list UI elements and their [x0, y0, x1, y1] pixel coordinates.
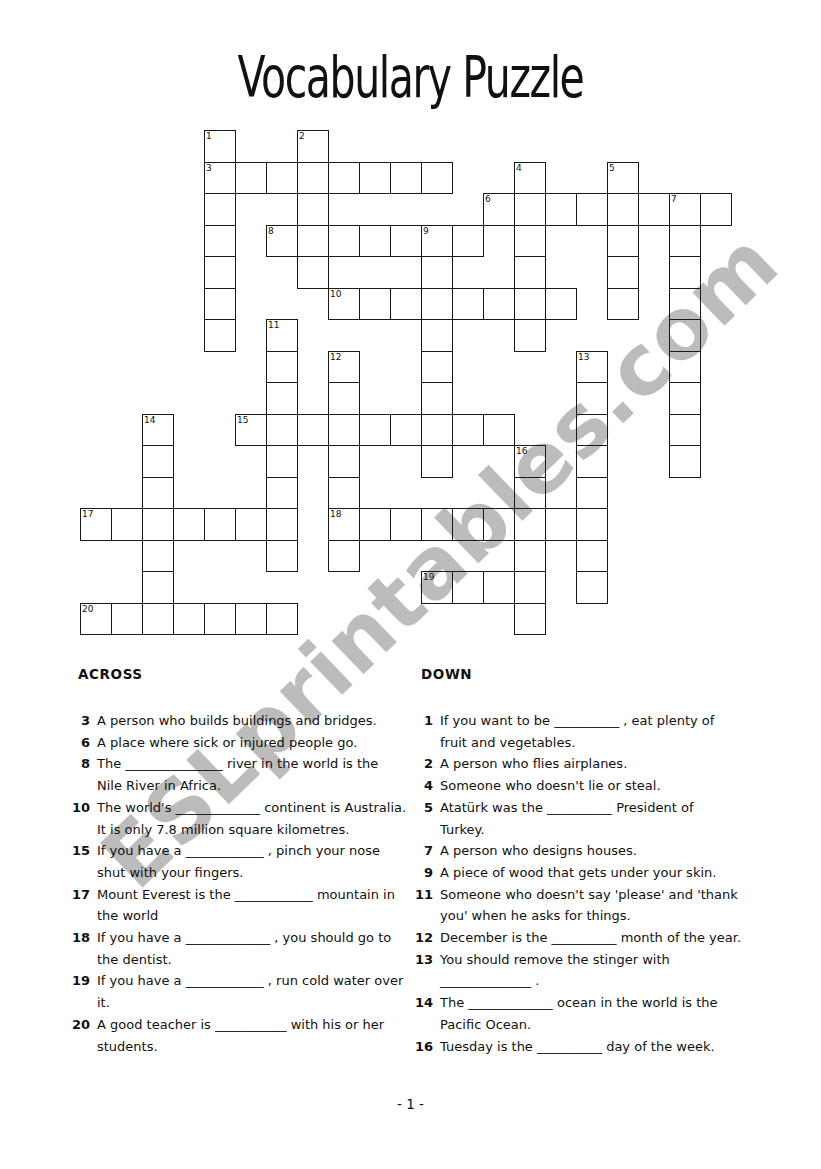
clue-text: The world's _____________ continent is A… — [97, 797, 406, 840]
grid-cell-r4c14[interactable] — [514, 256, 546, 289]
grid-cell-r5c12[interactable] — [452, 288, 484, 321]
grid-cell-r1c10[interactable] — [390, 162, 422, 195]
grid-cell-r12c9[interactable] — [359, 508, 391, 541]
grid-cell-r10c19[interactable] — [669, 445, 701, 478]
clue-across-3: 3A person who builds buildings and bridg… — [66, 710, 406, 732]
clue-number: 8 — [66, 753, 90, 796]
grid-cell-r12c5[interactable] — [235, 508, 267, 541]
grid-cell-r15c1[interactable] — [111, 603, 143, 636]
clue-down-16: 16Tuesday is the __________ day of the w… — [409, 1036, 775, 1058]
clue-text: A person who flies airplanes. — [440, 753, 627, 775]
grid-cell-r7c19[interactable] — [669, 351, 701, 384]
clue-down-13: 13You should remove the stinger with____… — [409, 949, 775, 992]
across-header: ACROSS — [78, 666, 406, 682]
grid-cell-r12c0[interactable]: 17 — [80, 508, 112, 541]
grid-cell-r5c10[interactable] — [390, 288, 422, 321]
grid-cell-r4c11[interactable] — [421, 256, 453, 289]
down-header: DOWN — [421, 666, 775, 682]
clue-number: 16 — [409, 1036, 433, 1058]
grid-cell-r8c11[interactable] — [421, 382, 453, 415]
clue-text: A person who builds buildings and bridge… — [97, 710, 377, 732]
clue-number: 6 — [66, 732, 90, 754]
grid-cell-r7c8[interactable]: 12 — [328, 351, 360, 384]
grid-cell-r3c7[interactable] — [297, 225, 329, 258]
clue-across-20: 20A good teacher is ___________ with his… — [66, 1014, 406, 1057]
grid-cell-r12c10[interactable] — [390, 508, 422, 541]
grid-cell-r14c11[interactable]: 19 — [421, 571, 453, 604]
clue-text: Someone who doesn't lie or steal. — [440, 775, 661, 797]
grid-cell-r9c11[interactable] — [421, 414, 453, 447]
grid-cell-r1c6[interactable] — [266, 162, 298, 195]
grid-cell-r12c15[interactable] — [545, 508, 577, 541]
grid-cell-r7c6[interactable] — [266, 351, 298, 384]
clue-number: 14 — [409, 992, 433, 1035]
grid-cell-r0c7[interactable]: 2 — [297, 130, 329, 163]
clue-text: A place where sick or injured people go. — [97, 732, 357, 754]
grid-cell-r8c8[interactable] — [328, 382, 360, 415]
grid-cell-r12c12[interactable] — [452, 508, 484, 541]
grid-cell-r9c13[interactable] — [483, 414, 515, 447]
down-clue-list: 1If you want to be __________ , eat plen… — [409, 710, 775, 1057]
clue-text: Someone who doesn't say 'please' and 'th… — [440, 884, 738, 927]
clue-number: 3 — [66, 710, 90, 732]
clue-text: A piece of wood that gets under your ski… — [440, 862, 716, 884]
clue-text: Mount Everest is the ____________ mounta… — [97, 884, 395, 927]
grid-cell-r2c7[interactable] — [297, 193, 329, 226]
cell-number-9: 9 — [423, 226, 429, 237]
grid-cell-r14c13[interactable] — [483, 571, 515, 604]
grid-cell-r2c15[interactable] — [545, 193, 577, 226]
grid-cell-r8c19[interactable] — [669, 382, 701, 415]
clue-text: You should remove the stinger with______… — [440, 949, 670, 992]
clue-across-19: 19If you have a ____________ , run cold … — [66, 970, 406, 1013]
clue-down-2: 2A person who flies airplanes. — [409, 753, 775, 775]
clue-number: 20 — [66, 1014, 90, 1057]
page-title: Vocabulary Puzzle — [115, 48, 706, 108]
cell-number-1: 1 — [206, 131, 212, 142]
grid-cell-r1c7[interactable] — [297, 162, 329, 195]
clue-down-11: 11Someone who doesn't say 'please' and '… — [409, 884, 775, 927]
grid-cell-r9c7[interactable] — [297, 414, 329, 447]
cell-number-20: 20 — [82, 604, 93, 615]
grid-cell-r7c11[interactable] — [421, 351, 453, 384]
grid-cell-r15c2[interactable] — [142, 603, 174, 636]
grid-cell-r3c10[interactable] — [390, 225, 422, 258]
grid-cell-r10c6[interactable] — [266, 445, 298, 478]
grid-cell-r3c19[interactable] — [669, 225, 701, 258]
cell-number-5: 5 — [609, 163, 615, 174]
cell-number-2: 2 — [299, 131, 305, 142]
grid-cell-r10c8[interactable] — [328, 445, 360, 478]
grid-cell-r15c0[interactable]: 20 — [80, 603, 112, 636]
clue-number: 18 — [66, 927, 90, 970]
grid-cell-r5c15[interactable] — [545, 288, 577, 321]
clue-number: 5 — [409, 797, 433, 840]
clue-text: The _______________ river in the world i… — [97, 753, 378, 796]
grid-cell-r9c12[interactable] — [452, 414, 484, 447]
grid-cell-r3c11[interactable]: 9 — [421, 225, 453, 258]
clue-across-6: 6A place where sick or injured people go… — [66, 732, 406, 754]
across-clue-list: 3A person who builds buildings and bridg… — [66, 710, 406, 1057]
clue-down-9: 9A piece of wood that gets under your sk… — [409, 862, 775, 884]
grid-cell-r15c5[interactable] — [235, 603, 267, 636]
down-clues-section: DOWN 1If you want to be __________ , eat… — [409, 666, 775, 1057]
grid-cell-r11c2[interactable] — [142, 477, 174, 510]
grid-cell-r1c9[interactable] — [359, 162, 391, 195]
grid-cell-r2c13[interactable]: 6 — [483, 193, 515, 226]
cell-number-12: 12 — [330, 352, 341, 363]
grid-cell-r9c2[interactable]: 14 — [142, 414, 174, 447]
clue-down-4: 4Someone who doesn't lie or steal. — [409, 775, 775, 797]
grid-cell-r12c4[interactable] — [204, 508, 236, 541]
grid-cell-r12c14[interactable] — [514, 508, 546, 541]
grid-cell-r2c19[interactable]: 7 — [669, 193, 701, 226]
cell-number-18: 18 — [330, 509, 341, 520]
grid-cell-r13c8[interactable] — [328, 540, 360, 573]
clue-text: A good teacher is ___________ with his o… — [97, 1014, 384, 1057]
clue-text: If you have a ____________ , pinch your … — [97, 840, 380, 883]
grid-cell-r5c17[interactable] — [607, 288, 639, 321]
grid-cell-r3c4[interactable] — [204, 225, 236, 258]
grid-cell-r0c4[interactable]: 1 — [204, 130, 236, 163]
cell-number-17: 17 — [82, 509, 93, 520]
grid-cell-r5c9[interactable] — [359, 288, 391, 321]
cell-number-3: 3 — [206, 163, 212, 174]
clue-across-8: 8The _______________ river in the world … — [66, 753, 406, 796]
grid-cell-r6c14[interactable] — [514, 319, 546, 352]
grid-cell-r9c6[interactable] — [266, 414, 298, 447]
clue-text: If you want to be __________ , eat plent… — [440, 710, 714, 753]
grid-cell-r5c14[interactable] — [514, 288, 546, 321]
grid-cell-r1c14[interactable]: 4 — [514, 162, 546, 195]
grid-cell-r1c8[interactable] — [328, 162, 360, 195]
grid-cell-r13c2[interactable] — [142, 540, 174, 573]
grid-cell-r9c9[interactable] — [359, 414, 391, 447]
grid-cell-r4c4[interactable] — [204, 256, 236, 289]
cell-number-11: 11 — [268, 320, 279, 331]
clue-number: 13 — [409, 949, 433, 992]
clue-number: 12 — [409, 927, 433, 949]
worksheet-page: ESLprintables.com Vocabulary Puzzle 1234… — [0, 0, 821, 1169]
clue-number: 15 — [66, 840, 90, 883]
grid-cell-r14c2[interactable] — [142, 571, 174, 604]
grid-cell-r10c2[interactable] — [142, 445, 174, 478]
cell-number-15: 15 — [237, 415, 248, 426]
grid-cell-r12c6[interactable] — [266, 508, 298, 541]
grid-cell-r9c10[interactable] — [390, 414, 422, 447]
grid-cell-r1c17[interactable]: 5 — [607, 162, 639, 195]
grid-cell-r2c4[interactable] — [204, 193, 236, 226]
cell-number-10: 10 — [330, 289, 341, 300]
grid-cell-r12c3[interactable] — [173, 508, 205, 541]
grid-cell-r6c11[interactable] — [421, 319, 453, 352]
grid-cell-r5c8[interactable]: 10 — [328, 288, 360, 321]
grid-cell-r6c4[interactable] — [204, 319, 236, 352]
grid-cell-r5c19[interactable] — [669, 288, 701, 321]
clue-down-7: 7A person who designs houses. — [409, 840, 775, 862]
grid-cell-r5c13[interactable] — [483, 288, 515, 321]
grid-cell-r12c11[interactable] — [421, 508, 453, 541]
grid-cell-r6c19[interactable] — [669, 319, 701, 352]
grid-cell-r14c12[interactable] — [452, 571, 484, 604]
clue-number: 4 — [409, 775, 433, 797]
across-clues-section: ACROSS 3A person who builds buildings an… — [66, 666, 406, 1057]
grid-cell-r3c12[interactable] — [452, 225, 484, 258]
grid-cell-r3c17[interactable] — [607, 225, 639, 258]
cell-number-7: 7 — [671, 194, 677, 205]
cell-number-19: 19 — [423, 572, 434, 583]
cell-number-14: 14 — [144, 415, 155, 426]
grid-cell-r11c6[interactable] — [266, 477, 298, 510]
grid-cell-r2c17[interactable] — [607, 193, 639, 226]
clue-across-17: 17Mount Everest is the ____________ moun… — [66, 884, 406, 927]
clue-number: 2 — [409, 753, 433, 775]
grid-cell-r12c13[interactable] — [483, 508, 515, 541]
grid-cell-r9c16[interactable] — [576, 414, 608, 447]
clue-text: Atatürk was the __________ President ofT… — [440, 797, 693, 840]
grid-cell-r9c19[interactable] — [669, 414, 701, 447]
clue-down-14: 14The _____________ ocean in the world i… — [409, 992, 775, 1035]
clue-across-15: 15If you have a ____________ , pinch you… — [66, 840, 406, 883]
clue-text: If you have a _____________ , you should… — [97, 927, 391, 970]
grid-cell-r3c9[interactable] — [359, 225, 391, 258]
clue-text: December is the __________ month of the … — [440, 927, 741, 949]
grid-cell-r12c2[interactable] — [142, 508, 174, 541]
grid-cell-r12c16[interactable] — [576, 508, 608, 541]
clue-number: 11 — [409, 884, 433, 927]
grid-cell-r13c14[interactable] — [514, 540, 546, 573]
page-number: - 1 - — [0, 1096, 821, 1112]
grid-cell-r12c8[interactable]: 18 — [328, 508, 360, 541]
clue-text: If you have a ____________ , run cold wa… — [97, 970, 403, 1013]
clue-down-12: 12December is the __________ month of th… — [409, 927, 775, 949]
cell-number-13: 13 — [578, 352, 589, 363]
clue-number: 19 — [66, 970, 90, 1013]
cell-number-6: 6 — [485, 194, 491, 205]
grid-cell-r1c4[interactable]: 3 — [204, 162, 236, 195]
clue-number: 17 — [66, 884, 90, 927]
grid-cell-r15c4[interactable] — [204, 603, 236, 636]
grid-cell-r14c16[interactable] — [576, 571, 608, 604]
grid-cell-r13c6[interactable] — [266, 540, 298, 573]
grid-cell-r14c14[interactable] — [514, 571, 546, 604]
grid-cell-r3c6[interactable]: 8 — [266, 225, 298, 258]
grid-cell-r2c14[interactable] — [514, 193, 546, 226]
grid-cell-r11c14[interactable] — [514, 477, 546, 510]
crossword-grid: 1234567891011121314151617181920 — [80, 130, 732, 635]
grid-cell-r5c11[interactable] — [421, 288, 453, 321]
grid-cell-r9c5[interactable]: 15 — [235, 414, 267, 447]
grid-cell-r1c5[interactable] — [235, 162, 267, 195]
grid-cell-r1c11[interactable] — [421, 162, 453, 195]
grid-cell-r12c1[interactable] — [111, 508, 143, 541]
grid-cell-r4c19[interactable] — [669, 256, 701, 289]
grid-cell-r6c6[interactable]: 11 — [266, 319, 298, 352]
grid-cell-r10c14[interactable]: 16 — [514, 445, 546, 478]
cell-number-8: 8 — [268, 226, 274, 237]
grid-cell-r13c16[interactable] — [576, 540, 608, 573]
clue-text: A person who designs houses. — [440, 840, 637, 862]
clue-across-10: 10The world's _____________ continent is… — [66, 797, 406, 840]
grid-cell-r4c7[interactable] — [297, 256, 329, 289]
grid-cell-r8c16[interactable] — [576, 382, 608, 415]
grid-cell-r11c16[interactable] — [576, 477, 608, 510]
clue-down-1: 1If you want to be __________ , eat plen… — [409, 710, 775, 753]
clue-down-5: 5Atatürk was the __________ President of… — [409, 797, 775, 840]
grid-cell-r5c4[interactable] — [204, 288, 236, 321]
grid-cell-r15c3[interactable] — [173, 603, 205, 636]
grid-cell-r15c6[interactable] — [266, 603, 298, 636]
clue-number: 9 — [409, 862, 433, 884]
grid-cell-r15c14[interactable] — [514, 603, 546, 636]
clue-text: The _____________ ocean in the world is … — [440, 992, 718, 1035]
grid-cell-r3c14[interactable] — [514, 225, 546, 258]
grid-cell-r2c18[interactable] — [638, 193, 670, 226]
clue-across-18: 18If you have a _____________ , you shou… — [66, 927, 406, 970]
clue-number: 1 — [409, 710, 433, 753]
clue-number: 10 — [66, 797, 90, 840]
cell-number-16: 16 — [516, 446, 527, 457]
cell-number-4: 4 — [516, 163, 522, 174]
grid-cell-r7c16[interactable]: 13 — [576, 351, 608, 384]
grid-cell-r2c16[interactable] — [576, 193, 608, 226]
grid-cell-r3c8[interactable] — [328, 225, 360, 258]
clue-text: Tuesday is the __________ day of the wee… — [440, 1036, 715, 1058]
grid-cell-r4c17[interactable] — [607, 256, 639, 289]
grid-cell-r8c6[interactable] — [266, 382, 298, 415]
grid-cell-r2c20[interactable] — [700, 193, 732, 226]
grid-cell-r10c16[interactable] — [576, 445, 608, 478]
grid-cell-r9c8[interactable] — [328, 414, 360, 447]
clue-number: 7 — [409, 840, 433, 862]
grid-cell-r10c11[interactable] — [421, 445, 453, 478]
grid-cell-r11c8[interactable] — [328, 477, 360, 510]
